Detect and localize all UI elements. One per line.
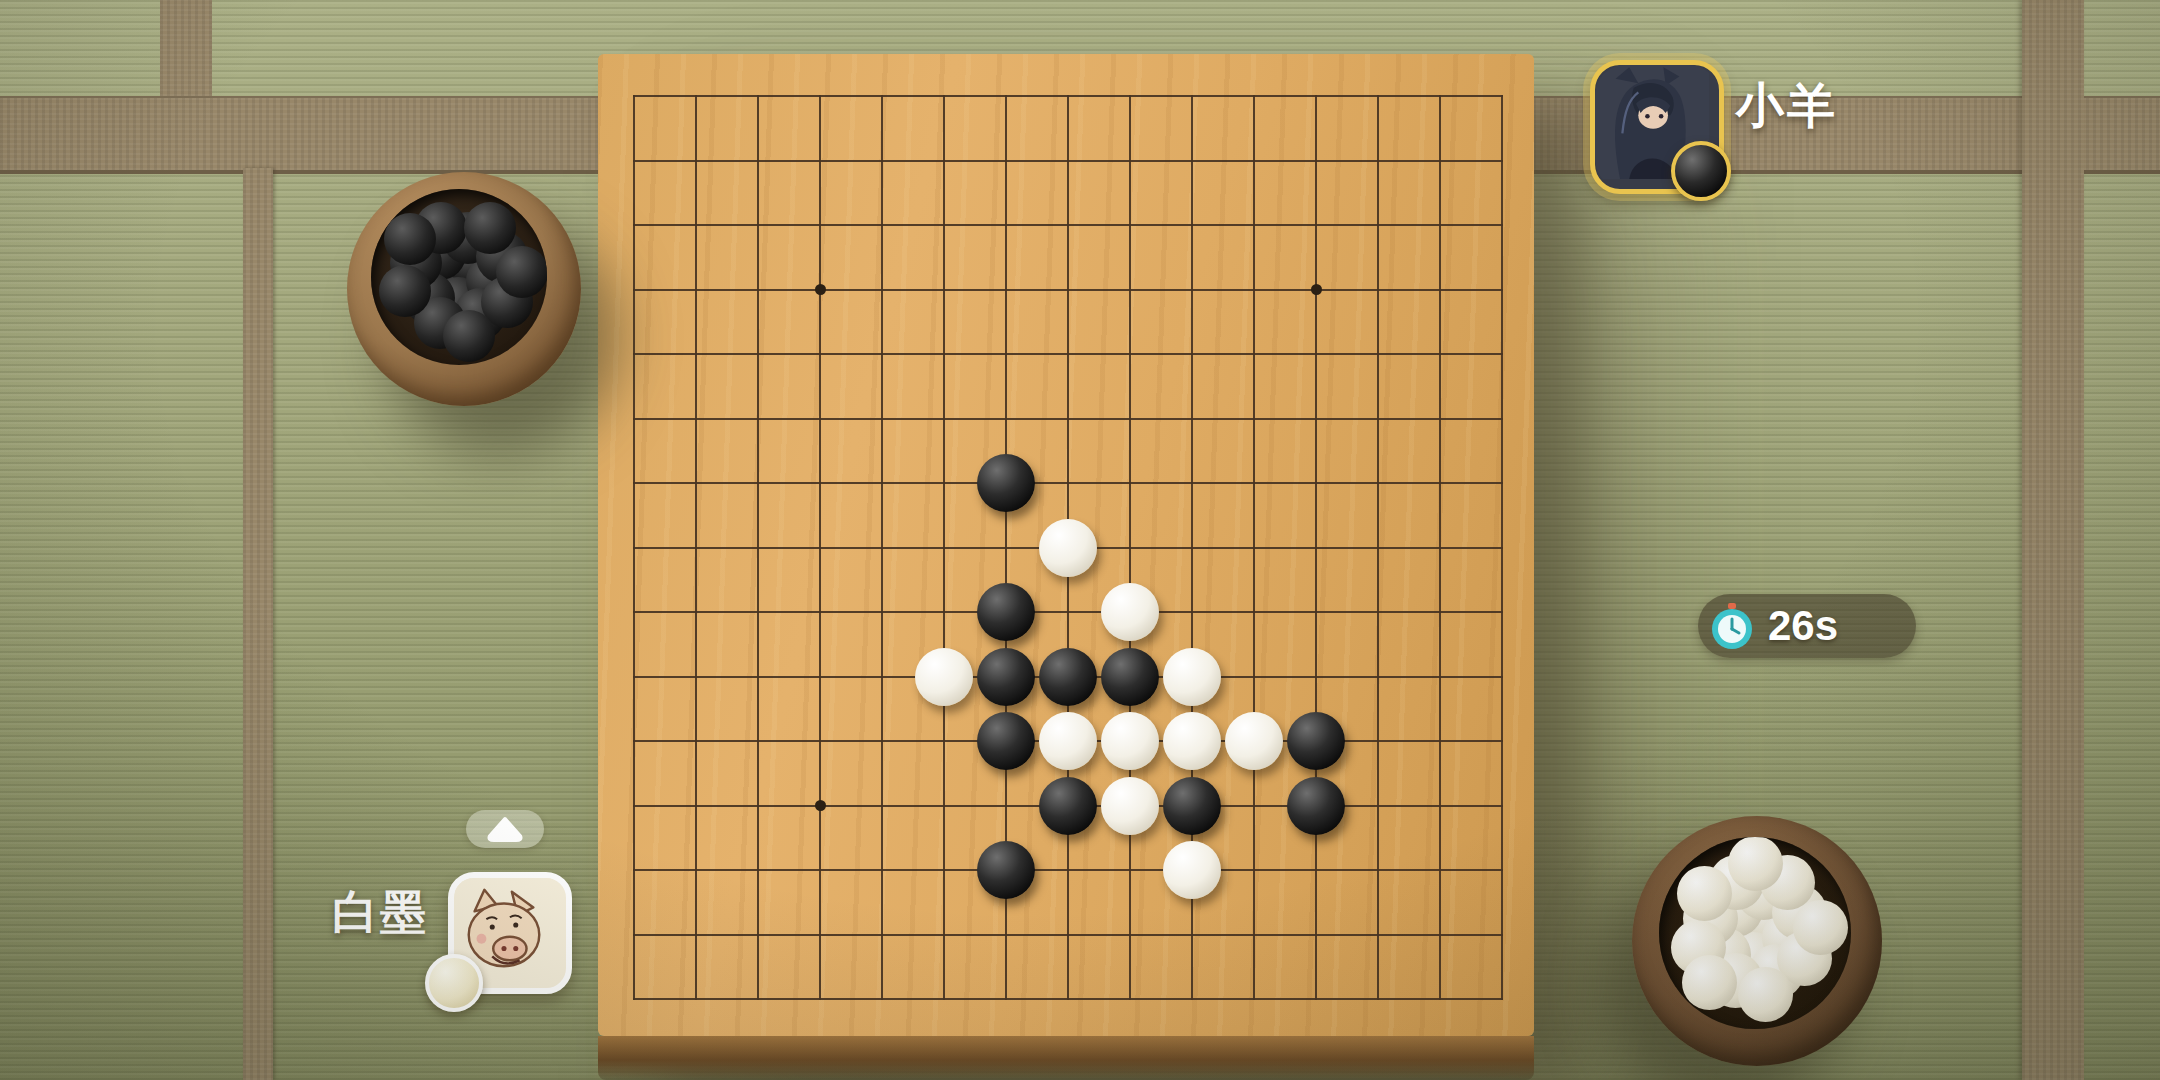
emote-pill-button[interactable] (466, 810, 544, 848)
black-stone (1039, 777, 1097, 835)
white-bowl-stone (1793, 900, 1848, 955)
white-stone (1101, 712, 1159, 770)
white-bowl-stone (1738, 967, 1793, 1022)
black-bowl-stone (443, 310, 495, 362)
player-top-stone-badge (1671, 141, 1731, 201)
grid-line-horizontal (633, 934, 1503, 936)
white-bowl-stone (1682, 955, 1737, 1010)
player-bottom-avatar[interactable] (448, 872, 572, 994)
black-stone-bowl-stones (371, 189, 547, 365)
white-stone (1163, 841, 1221, 899)
white-stone (1225, 712, 1283, 770)
black-stone (977, 841, 1035, 899)
tatami-border-vertical-top (160, 0, 212, 96)
grid-line-horizontal (633, 611, 1503, 613)
white-stone (1163, 712, 1221, 770)
black-bowl-stone (496, 246, 547, 298)
black-stone (1287, 777, 1345, 835)
star-point (815, 284, 826, 295)
game-scene: 小羊 白墨 (0, 0, 2160, 1080)
black-stone (1287, 712, 1345, 770)
white-stone-bowl (1632, 816, 1882, 1066)
grid-line-vertical (1315, 95, 1317, 1000)
star-point (1311, 284, 1322, 295)
tatami-border-vertical-left (243, 168, 273, 1080)
white-bowl-stone (1677, 866, 1732, 921)
black-stone-bowl (347, 172, 581, 406)
grid-line-vertical (1439, 95, 1441, 1000)
white-stone (1101, 583, 1159, 641)
white-stone-bowl-stones (1659, 837, 1851, 1029)
star-point (815, 800, 826, 811)
tatami-border-vertical-right (2022, 0, 2084, 1080)
player-bottom-name: 白墨 (322, 882, 428, 944)
black-stone (977, 454, 1035, 512)
white-stone (1039, 712, 1097, 770)
player-bottom-stone-badge (425, 954, 483, 1012)
stopwatch-icon (1708, 602, 1756, 650)
grid-line-vertical (1253, 95, 1255, 1000)
white-stone (915, 648, 973, 706)
white-stone (1163, 648, 1221, 706)
black-stone (977, 712, 1035, 770)
white-stone (1101, 777, 1159, 835)
grid-line-vertical (1377, 95, 1379, 1000)
timer-text: 26s (1768, 602, 1838, 650)
up-arrow-icon (484, 816, 526, 842)
black-stone (1163, 777, 1221, 835)
grid-line-vertical (1129, 95, 1131, 1000)
move-timer: 26s (1698, 594, 1916, 658)
white-bowl-stone (1728, 837, 1783, 891)
player-top-name: 小羊 (1736, 74, 1838, 138)
black-stone (1101, 648, 1159, 706)
grid-line-horizontal (633, 998, 1503, 1000)
grid-line-vertical (1501, 95, 1503, 1000)
player-top-avatar[interactable] (1590, 60, 1724, 194)
gomoku-board[interactable] (598, 54, 1534, 1036)
black-stone (977, 648, 1035, 706)
grid-line-horizontal (633, 869, 1503, 871)
black-stone (977, 583, 1035, 641)
black-bowl-stone (379, 265, 431, 317)
white-stone (1039, 519, 1097, 577)
black-stone (1039, 648, 1097, 706)
